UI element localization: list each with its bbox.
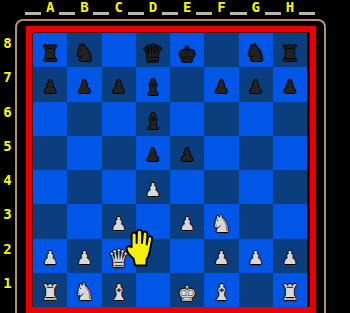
- piece-white-king[interactable]: ♚: [178, 273, 196, 307]
- piece-white-pawn[interactable]: ♟: [283, 244, 296, 269]
- piece-black-rook[interactable]: ♜: [282, 36, 298, 67]
- square-g7[interactable]: ♟: [239, 67, 273, 101]
- piece-white-bishop[interactable]: ♝: [213, 275, 229, 306]
- rank-label-3: 3: [0, 204, 15, 238]
- square-f7[interactable]: ♟: [204, 67, 238, 101]
- square-h8[interactable]: ♜: [273, 33, 307, 67]
- piece-black-pawn[interactable]: ♟: [181, 141, 194, 166]
- square-c4[interactable]: [102, 170, 136, 204]
- square-b6[interactable]: [67, 102, 101, 136]
- square-a7[interactable]: ♟: [33, 67, 67, 101]
- piece-black-pawn[interactable]: ♟: [44, 73, 57, 98]
- piece-black-rook[interactable]: ♜: [42, 36, 58, 67]
- square-h2[interactable]: ♟: [273, 239, 307, 273]
- square-h1[interactable]: ♜: [273, 273, 307, 307]
- square-a6[interactable]: [33, 102, 67, 136]
- square-b2[interactable]: ♟: [67, 239, 101, 273]
- square-h3[interactable]: [273, 204, 307, 238]
- square-a8[interactable]: ♜: [33, 33, 67, 67]
- file-underline-dashes: [25, 12, 317, 15]
- square-c6[interactable]: [102, 102, 136, 136]
- piece-black-queen[interactable]: ♛: [144, 34, 162, 68]
- square-a4[interactable]: [33, 170, 67, 204]
- piece-white-pawn[interactable]: ♟: [146, 176, 159, 201]
- square-f2[interactable]: ♟: [204, 239, 238, 273]
- square-a5[interactable]: [33, 136, 67, 170]
- square-f5[interactable]: [204, 136, 238, 170]
- square-b5[interactable]: [67, 136, 101, 170]
- square-d5[interactable]: ♟: [136, 136, 170, 170]
- square-b8[interactable]: ♞: [67, 33, 101, 67]
- square-d4[interactable]: ♟: [136, 170, 170, 204]
- square-e1[interactable]: ♚: [170, 273, 204, 307]
- square-c1[interactable]: ♝: [102, 273, 136, 307]
- piece-white-bishop[interactable]: ♝: [110, 275, 126, 306]
- piece-white-pawn[interactable]: ♟: [181, 210, 194, 235]
- piece-black-pawn[interactable]: ♟: [283, 73, 296, 98]
- piece-black-pawn[interactable]: ♟: [215, 73, 228, 98]
- square-b4[interactable]: [67, 170, 101, 204]
- square-g1[interactable]: [239, 273, 273, 307]
- rank-label-5: 5: [0, 136, 15, 170]
- square-h6[interactable]: [273, 102, 307, 136]
- square-f8[interactable]: [204, 33, 238, 67]
- square-h4[interactable]: [273, 170, 307, 204]
- piece-black-pawn[interactable]: ♟: [249, 73, 262, 98]
- piece-white-pawn[interactable]: ♟: [215, 244, 228, 269]
- square-f6[interactable]: [204, 102, 238, 136]
- square-e4[interactable]: [170, 170, 204, 204]
- hand-cursor[interactable]: [119, 227, 161, 273]
- piece-white-pawn[interactable]: ♟: [249, 244, 262, 269]
- square-e8[interactable]: ♚: [170, 33, 204, 67]
- piece-black-pawn[interactable]: ♟: [146, 141, 159, 166]
- game-screen: A B C D E F G H 8 7 6 5 4 3 2 1 ♜♞♛♚♞♜♟♟…: [0, 0, 350, 313]
- square-b7[interactable]: ♟: [67, 67, 101, 101]
- square-b1[interactable]: ♞: [67, 273, 101, 307]
- piece-black-knight[interactable]: ♞: [76, 36, 92, 67]
- rank-label-8: 8: [0, 33, 15, 67]
- piece-white-knight[interactable]: ♞: [76, 275, 92, 306]
- square-b3[interactable]: [67, 204, 101, 238]
- piece-white-rook[interactable]: ♜: [42, 275, 58, 306]
- rank-label-4: 4: [0, 170, 15, 204]
- square-h7[interactable]: ♟: [273, 67, 307, 101]
- piece-black-pawn[interactable]: ♟: [78, 73, 91, 98]
- piece-white-pawn[interactable]: ♟: [44, 244, 57, 269]
- square-e3[interactable]: ♟: [170, 204, 204, 238]
- square-f3[interactable]: ♞: [204, 204, 238, 238]
- square-e2[interactable]: [170, 239, 204, 273]
- square-e7[interactable]: [170, 67, 204, 101]
- piece-black-knight[interactable]: ♞: [247, 36, 263, 67]
- square-g4[interactable]: [239, 170, 273, 204]
- piece-black-bishop[interactable]: ♝: [145, 104, 161, 135]
- square-d8[interactable]: ♛: [136, 33, 170, 67]
- square-a3[interactable]: [33, 204, 67, 238]
- square-d6[interactable]: ♝: [136, 102, 170, 136]
- square-g5[interactable]: [239, 136, 273, 170]
- square-f1[interactable]: ♝: [204, 273, 238, 307]
- square-h5[interactable]: [273, 136, 307, 170]
- piece-white-pawn[interactable]: ♟: [78, 244, 91, 269]
- rank-label-1: 1: [0, 273, 15, 307]
- piece-black-king[interactable]: ♚: [178, 34, 196, 68]
- piece-white-rook[interactable]: ♜: [282, 275, 298, 306]
- square-g2[interactable]: ♟: [239, 239, 273, 273]
- piece-white-knight[interactable]: ♞: [213, 207, 229, 238]
- square-a1[interactable]: ♜: [33, 273, 67, 307]
- square-e5[interactable]: ♟: [170, 136, 204, 170]
- piece-black-pawn[interactable]: ♟: [112, 73, 125, 98]
- rank-label-6: 6: [0, 102, 15, 136]
- piece-black-bishop[interactable]: ♝: [145, 70, 161, 101]
- rank-label-7: 7: [0, 67, 15, 101]
- rank-label-2: 2: [0, 239, 15, 273]
- square-d1[interactable]: [136, 273, 170, 307]
- square-d7[interactable]: ♝: [136, 67, 170, 101]
- square-e6[interactable]: [170, 102, 204, 136]
- square-c7[interactable]: ♟: [102, 67, 136, 101]
- square-c5[interactable]: [102, 136, 136, 170]
- square-a2[interactable]: ♟: [33, 239, 67, 273]
- rank-labels: 8 7 6 5 4 3 2 1: [0, 33, 15, 307]
- square-f4[interactable]: [204, 170, 238, 204]
- square-g8[interactable]: ♞: [239, 33, 273, 67]
- square-c8[interactable]: [102, 33, 136, 67]
- chess-board[interactable]: ♜♞♛♚♞♜♟♟♟♝♟♟♟♝♟♟♟♟♟♞♟♟♛♟♟♟♜♞♝♚♝♜: [33, 33, 307, 307]
- square-g6[interactable]: [239, 102, 273, 136]
- square-g3[interactable]: [239, 204, 273, 238]
